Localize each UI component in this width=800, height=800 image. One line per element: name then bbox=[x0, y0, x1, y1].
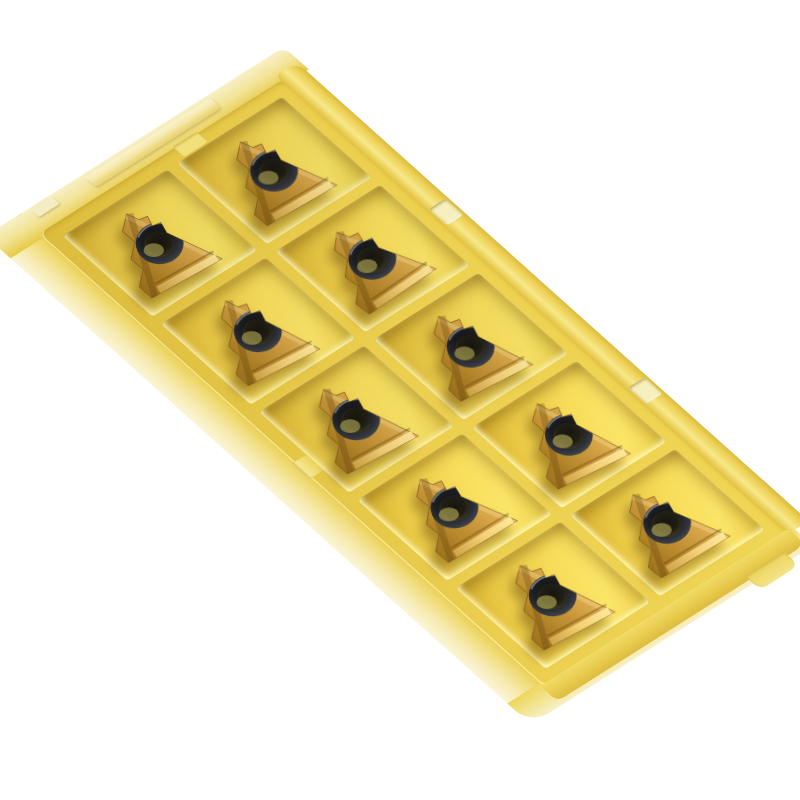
product-photo-stage bbox=[0, 0, 800, 800]
insert-case bbox=[39, 79, 789, 687]
